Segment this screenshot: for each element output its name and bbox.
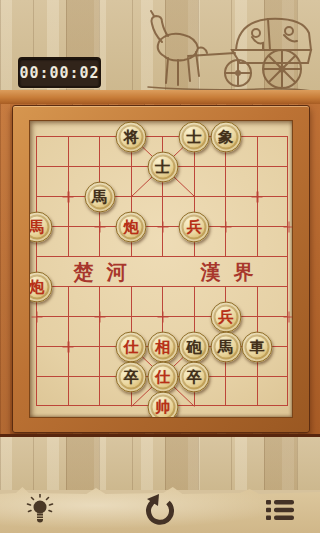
board-cell (257, 226, 289, 256)
board-cell (36, 346, 68, 376)
board-cell (36, 376, 68, 406)
hint-button[interactable] (18, 490, 62, 530)
board-cell (225, 376, 257, 406)
horse-carriage-artwork (140, 6, 318, 96)
board-cell (68, 346, 100, 376)
game-timer: 00:00:02 (18, 57, 101, 88)
board-cell (257, 286, 289, 316)
menu-button[interactable] (258, 490, 302, 530)
board-cell (194, 166, 226, 196)
piece-black-elephant[interactable]: 象 (210, 121, 241, 152)
board-cell (225, 226, 257, 256)
shelf-edge (0, 90, 320, 105)
piece-red-soldier[interactable]: 兵 (210, 301, 241, 332)
board-cell (257, 136, 289, 166)
piece-black-soldier[interactable]: 卒 (116, 361, 147, 392)
piece-red-general[interactable]: 帅 (147, 391, 178, 418)
piece-black-chariot[interactable]: 車 (242, 331, 273, 362)
river-label-right: 漢界 (188, 259, 267, 286)
piece-black-horse[interactable]: 馬 (84, 181, 115, 212)
board-surface: 楚河 漢界 将士象士馬馬炮兵炮兵仕相砲馬車卒仕卒帅 (29, 120, 293, 418)
board-cell (68, 226, 100, 256)
board-cell (131, 286, 163, 316)
board-cell (225, 166, 257, 196)
piece-black-horse[interactable]: 馬 (210, 331, 241, 362)
board-cell (68, 136, 100, 166)
board-cell (225, 196, 257, 226)
xiangqi-app-screen: 00:00:02 楚河 漢界 将士象士馬馬炮兵炮兵仕相砲馬車卒仕卒帅 (0, 0, 320, 533)
board-cell (68, 376, 100, 406)
board-cell (36, 166, 68, 196)
board-cell (257, 166, 289, 196)
piece-black-cannon[interactable]: 砲 (179, 331, 210, 362)
board-cell (68, 286, 100, 316)
undo-button[interactable] (138, 490, 182, 530)
board-cell (257, 376, 289, 406)
piece-black-advisor[interactable]: 士 (179, 121, 210, 152)
board-cell (257, 196, 289, 226)
piece-black-general[interactable]: 将 (116, 121, 147, 152)
lightbulb-icon (25, 494, 55, 526)
board-cell (36, 136, 68, 166)
piece-red-advisor[interactable]: 仕 (147, 361, 178, 392)
piece-red-elephant[interactable]: 相 (147, 331, 178, 362)
xiangqi-board[interactable]: 楚河 漢界 将士象士馬馬炮兵炮兵仕相砲馬車卒仕卒帅 (12, 105, 310, 433)
board-cell (36, 316, 68, 346)
undo-icon (143, 494, 177, 526)
piece-red-cannon[interactable]: 炮 (116, 211, 147, 242)
menu-list-icon (266, 499, 294, 521)
piece-red-advisor[interactable]: 仕 (116, 331, 147, 362)
board-cell (99, 286, 131, 316)
wood-background-bottom (0, 434, 320, 490)
bottom-toolbar (0, 487, 320, 533)
board-cell (162, 286, 194, 316)
piece-red-soldier[interactable]: 兵 (179, 211, 210, 242)
piece-black-soldier[interactable]: 卒 (179, 361, 210, 392)
piece-black-advisor[interactable]: 士 (147, 151, 178, 182)
board-cell (68, 316, 100, 346)
river-label-left: 楚河 (61, 259, 140, 286)
